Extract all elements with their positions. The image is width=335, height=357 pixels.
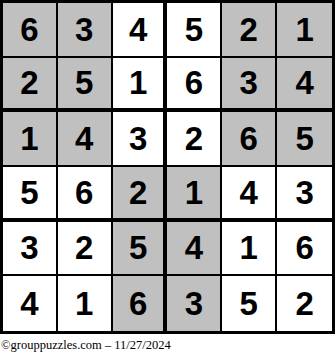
cell-r4c1[interactable]: 5 bbox=[3, 167, 58, 222]
cell-r3c5[interactable]: 6 bbox=[222, 112, 277, 167]
cell-r1c4[interactable]: 5 bbox=[167, 3, 222, 58]
cell-r5c1[interactable]: 3 bbox=[3, 222, 58, 277]
cell-r5c6[interactable]: 6 bbox=[277, 222, 332, 277]
cell-r6c2[interactable]: 1 bbox=[58, 276, 113, 331]
cell-r6c5[interactable]: 5 bbox=[222, 276, 277, 331]
cell-r2c6[interactable]: 4 bbox=[277, 58, 332, 113]
copyright-credit: ©grouppuzzles.com – 11/27/2024 bbox=[0, 334, 335, 357]
cell-r4c3[interactable]: 2 bbox=[113, 167, 168, 222]
cell-r5c3[interactable]: 5 bbox=[113, 222, 168, 277]
cell-r5c5[interactable]: 1 bbox=[222, 222, 277, 277]
cell-r2c1[interactable]: 2 bbox=[3, 58, 58, 113]
cell-r3c1[interactable]: 1 bbox=[3, 112, 58, 167]
cell-r2c2[interactable]: 5 bbox=[58, 58, 113, 113]
cell-r3c6[interactable]: 5 bbox=[277, 112, 332, 167]
cell-r2c3[interactable]: 1 bbox=[113, 58, 168, 113]
cell-r1c6[interactable]: 1 bbox=[277, 3, 332, 58]
cell-r5c2[interactable]: 2 bbox=[58, 222, 113, 277]
cell-r1c2[interactable]: 3 bbox=[58, 3, 113, 58]
cell-r6c3[interactable]: 6 bbox=[113, 276, 168, 331]
cell-r6c6[interactable]: 2 bbox=[277, 276, 332, 331]
sudoku-board: 634521251634143265562143325416416352 bbox=[0, 0, 335, 334]
cell-r4c5[interactable]: 4 bbox=[222, 167, 277, 222]
cell-r4c4[interactable]: 1 bbox=[167, 167, 222, 222]
cell-r1c1[interactable]: 6 bbox=[3, 3, 58, 58]
cell-r2c4[interactable]: 6 bbox=[167, 58, 222, 113]
cell-r2c5[interactable]: 3 bbox=[222, 58, 277, 113]
cell-r3c3[interactable]: 3 bbox=[113, 112, 168, 167]
cell-r6c1[interactable]: 4 bbox=[3, 276, 58, 331]
cell-r5c4[interactable]: 4 bbox=[167, 222, 222, 277]
cell-r3c2[interactable]: 4 bbox=[58, 112, 113, 167]
cell-r3c4[interactable]: 2 bbox=[167, 112, 222, 167]
cell-r6c4[interactable]: 3 bbox=[167, 276, 222, 331]
cell-r4c2[interactable]: 6 bbox=[58, 167, 113, 222]
cell-r1c3[interactable]: 4 bbox=[113, 3, 168, 58]
cell-r4c6[interactable]: 3 bbox=[277, 167, 332, 222]
cell-r1c5[interactable]: 2 bbox=[222, 3, 277, 58]
